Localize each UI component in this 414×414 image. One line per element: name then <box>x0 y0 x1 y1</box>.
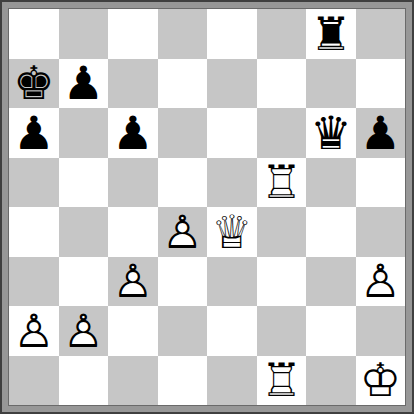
square-d1[interactable] <box>158 356 208 406</box>
square-a6[interactable]: ♟ <box>9 108 59 158</box>
piece-glyph: ♟ <box>59 59 109 109</box>
piece-outline-layer: ♙ <box>59 306 109 356</box>
piece-white-pawn[interactable]: ♟♙ <box>356 257 406 307</box>
square-e6[interactable] <box>207 108 257 158</box>
square-c6[interactable]: ♟ <box>108 108 158 158</box>
square-e2[interactable] <box>207 306 257 356</box>
square-f2[interactable] <box>257 306 307 356</box>
piece-glyph: ♜ <box>306 9 356 59</box>
square-c5[interactable] <box>108 158 158 208</box>
board-rim: ♜♚♟♟♟♛♟♜♖♟♙♛♕♟♙♟♙♟♙♟♙♜♖♚♔ <box>8 8 406 406</box>
square-a7[interactable]: ♚ <box>9 59 59 109</box>
square-a8[interactable] <box>9 9 59 59</box>
square-e7[interactable] <box>207 59 257 109</box>
square-h5[interactable] <box>356 158 406 208</box>
piece-outline-layer: ♔ <box>356 356 406 406</box>
square-e5[interactable] <box>207 158 257 208</box>
square-b4[interactable] <box>59 207 109 257</box>
square-f1[interactable]: ♜♖ <box>257 356 307 406</box>
square-b2[interactable]: ♟♙ <box>59 306 109 356</box>
square-f3[interactable] <box>257 257 307 307</box>
square-c4[interactable] <box>108 207 158 257</box>
square-h7[interactable] <box>356 59 406 109</box>
square-b7[interactable]: ♟ <box>59 59 109 109</box>
square-f7[interactable] <box>257 59 307 109</box>
square-a5[interactable] <box>9 158 59 208</box>
piece-glyph: ♛ <box>306 108 356 158</box>
piece-black-pawn[interactable]: ♟ <box>108 108 158 158</box>
piece-outline-layer: ♖ <box>257 158 307 208</box>
square-d4[interactable]: ♟♙ <box>158 207 208 257</box>
square-d2[interactable] <box>158 306 208 356</box>
piece-white-queen[interactable]: ♛♕ <box>207 207 257 257</box>
piece-white-pawn[interactable]: ♟♙ <box>158 207 208 257</box>
piece-white-pawn[interactable]: ♟♙ <box>108 257 158 307</box>
piece-white-king[interactable]: ♚♔ <box>356 356 406 406</box>
square-h4[interactable] <box>356 207 406 257</box>
square-h2[interactable] <box>356 306 406 356</box>
square-g5[interactable] <box>306 158 356 208</box>
board-frame: ♜♚♟♟♟♛♟♜♖♟♙♛♕♟♙♟♙♟♙♟♙♜♖♚♔ <box>0 0 414 414</box>
square-f4[interactable] <box>257 207 307 257</box>
square-c8[interactable] <box>108 9 158 59</box>
square-b5[interactable] <box>59 158 109 208</box>
square-f8[interactable] <box>257 9 307 59</box>
square-g6[interactable]: ♛ <box>306 108 356 158</box>
square-e4[interactable]: ♛♕ <box>207 207 257 257</box>
square-h1[interactable]: ♚♔ <box>356 356 406 406</box>
square-a2[interactable]: ♟♙ <box>9 306 59 356</box>
piece-glyph: ♟ <box>9 108 59 158</box>
square-c2[interactable] <box>108 306 158 356</box>
square-b6[interactable] <box>59 108 109 158</box>
square-g2[interactable] <box>306 306 356 356</box>
square-c3[interactable]: ♟♙ <box>108 257 158 307</box>
piece-black-pawn[interactable]: ♟ <box>59 59 109 109</box>
square-a4[interactable] <box>9 207 59 257</box>
piece-black-pawn[interactable]: ♟ <box>9 108 59 158</box>
square-d3[interactable] <box>158 257 208 307</box>
square-a3[interactable] <box>9 257 59 307</box>
piece-white-pawn[interactable]: ♟♙ <box>9 306 59 356</box>
piece-outline-layer: ♖ <box>257 356 307 406</box>
chess-diagram: ♜♚♟♟♟♛♟♜♖♟♙♛♕♟♙♟♙♟♙♟♙♜♖♚♔ <box>0 0 414 414</box>
piece-glyph: ♚ <box>9 59 59 109</box>
square-g7[interactable] <box>306 59 356 109</box>
piece-outline-layer: ♙ <box>158 207 208 257</box>
square-a1[interactable] <box>9 356 59 406</box>
square-h8[interactable] <box>356 9 406 59</box>
square-d5[interactable] <box>158 158 208 208</box>
square-g1[interactable] <box>306 356 356 406</box>
piece-black-queen[interactable]: ♛ <box>306 108 356 158</box>
piece-white-pawn[interactable]: ♟♙ <box>59 306 109 356</box>
piece-black-king[interactable]: ♚ <box>9 59 59 109</box>
square-f5[interactable]: ♜♖ <box>257 158 307 208</box>
square-d7[interactable] <box>158 59 208 109</box>
square-h6[interactable]: ♟ <box>356 108 406 158</box>
square-e8[interactable] <box>207 9 257 59</box>
piece-glyph: ♟ <box>356 108 406 158</box>
piece-white-rook[interactable]: ♜♖ <box>257 356 307 406</box>
piece-outline-layer: ♙ <box>356 257 406 307</box>
piece-black-pawn[interactable]: ♟ <box>356 108 406 158</box>
square-b8[interactable] <box>59 9 109 59</box>
square-d8[interactable] <box>158 9 208 59</box>
square-b3[interactable] <box>59 257 109 307</box>
square-c7[interactable] <box>108 59 158 109</box>
piece-outline-layer: ♕ <box>207 207 257 257</box>
piece-black-rook[interactable]: ♜ <box>306 9 356 59</box>
square-g3[interactable] <box>306 257 356 307</box>
square-e3[interactable] <box>207 257 257 307</box>
chess-board: ♜♚♟♟♟♛♟♜♖♟♙♛♕♟♙♟♙♟♙♟♙♜♖♚♔ <box>9 9 405 405</box>
square-g4[interactable] <box>306 207 356 257</box>
square-d6[interactable] <box>158 108 208 158</box>
square-f6[interactable] <box>257 108 307 158</box>
square-g8[interactable]: ♜ <box>306 9 356 59</box>
piece-glyph: ♟ <box>108 108 158 158</box>
piece-outline-layer: ♙ <box>108 257 158 307</box>
square-e1[interactable] <box>207 356 257 406</box>
square-c1[interactable] <box>108 356 158 406</box>
piece-outline-layer: ♙ <box>9 306 59 356</box>
piece-white-rook[interactable]: ♜♖ <box>257 158 307 208</box>
square-h3[interactable]: ♟♙ <box>356 257 406 307</box>
square-b1[interactable] <box>59 356 109 406</box>
